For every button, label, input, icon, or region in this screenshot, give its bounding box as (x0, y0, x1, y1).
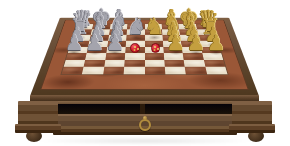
square-h2[interactable] (204, 60, 226, 67)
corner-base-right (229, 124, 275, 133)
floor-shadow (36, 137, 254, 145)
square-a1[interactable] (61, 67, 83, 74)
square-c2[interactable] (104, 60, 125, 67)
silver-knight[interactable]: ♞ (126, 16, 146, 39)
gold-knight[interactable]: ♞ (144, 16, 164, 39)
gold-pawn[interactable]: ♟ (186, 31, 205, 52)
square-b2[interactable] (84, 60, 105, 67)
red-die[interactable] (151, 43, 161, 53)
square-c1[interactable] (103, 67, 124, 74)
square-b1[interactable] (82, 67, 104, 74)
gold-pawn[interactable]: ♟ (166, 31, 185, 52)
square-f2[interactable] (164, 60, 185, 67)
square-g1[interactable] (185, 67, 207, 74)
square-e1[interactable] (145, 67, 166, 74)
square-e2[interactable] (145, 60, 165, 67)
silver-pawn[interactable]: ♟ (105, 31, 124, 52)
square-d3[interactable] (125, 53, 145, 60)
square-g2[interactable] (184, 60, 205, 67)
square-f1[interactable] (165, 67, 186, 74)
gold-pawn[interactable]: ♟ (207, 31, 226, 52)
silver-pawn[interactable]: ♟ (85, 31, 104, 52)
red-die[interactable] (130, 43, 140, 53)
square-h1[interactable] (205, 67, 227, 74)
brass-ring-pull-icon[interactable] (139, 119, 151, 131)
square-d2[interactable] (124, 60, 144, 67)
square-a2[interactable] (64, 60, 86, 67)
square-d1[interactable] (124, 67, 145, 74)
square-e3[interactable] (145, 53, 165, 60)
corner-base-left (15, 124, 61, 133)
chess-set-photo: ♜♚♝♝♚♜♛♝♞♞♝♛♜♟♟♞♞♟♟♜♟♟♟♟♟♟♟♟♟♟♟♟ (0, 0, 290, 146)
silver-pawn[interactable]: ♟ (65, 31, 84, 52)
